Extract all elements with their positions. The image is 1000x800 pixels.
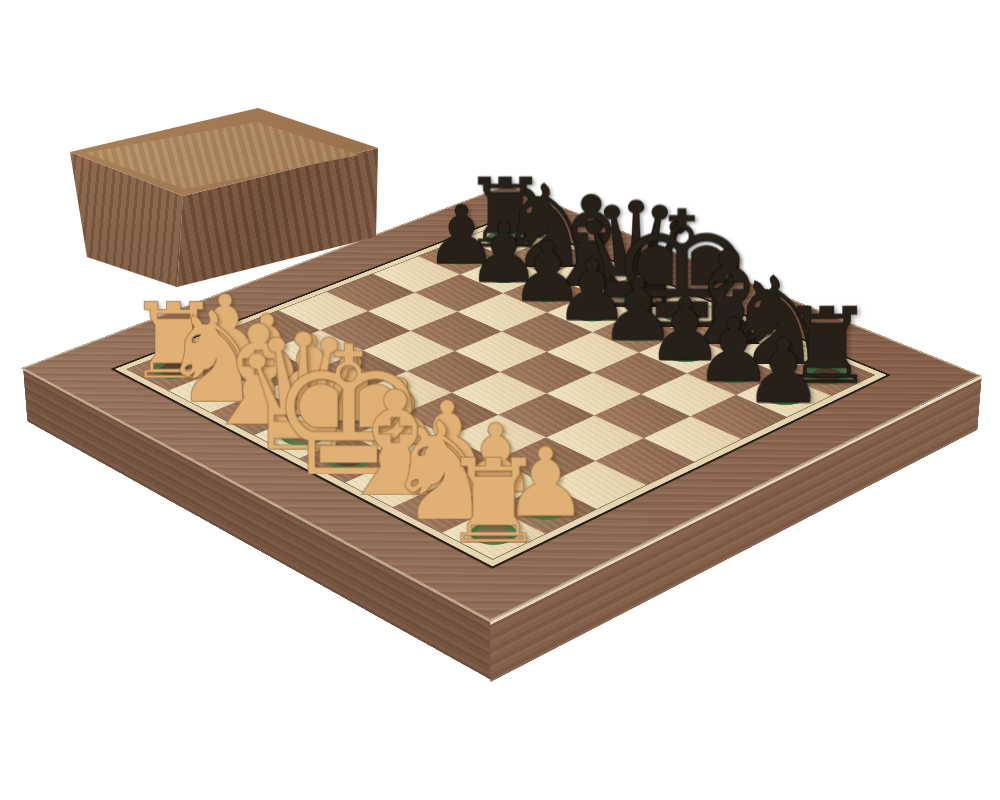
piece-glyph: ♟	[743, 327, 823, 416]
chess-set-photo: ♜♟♞♟♝♟♛♟♚♟♝♟♟♞♜♟♟♜♞♟♟♝♟♛♟♚♟♝♟♞♟♜	[0, 0, 1000, 800]
square-g6[interactable]	[641, 373, 736, 416]
storage-box	[55, 95, 400, 305]
square-h1[interactable]: ♜	[442, 508, 545, 559]
